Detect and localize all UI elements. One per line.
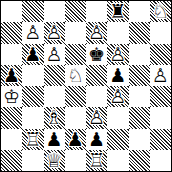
square-h3[interactable] — [150, 107, 171, 128]
square-b2[interactable]: ♜♖ — [22, 129, 43, 150]
square-b6[interactable]: ♟ — [22, 44, 43, 65]
white-bishop-c3-icon: ♗ — [44, 107, 65, 128]
square-d7[interactable] — [65, 22, 86, 43]
white-knight-underlay: ♞ — [65, 65, 86, 86]
square-d1[interactable] — [65, 150, 86, 171]
white-pawn-f4-icon: ♙ — [107, 86, 128, 107]
square-c7[interactable]: ♟♙ — [44, 22, 65, 43]
square-h5[interactable]: ♟♙ — [150, 65, 171, 86]
square-g4[interactable] — [129, 86, 150, 107]
square-d6[interactable] — [65, 44, 86, 65]
black-rook-f8-icon: ♜ — [107, 1, 128, 22]
square-b1[interactable] — [22, 150, 43, 171]
square-g6[interactable] — [129, 44, 150, 65]
white-queen-underlay: ♛ — [44, 150, 65, 171]
square-e7[interactable]: ♟♙ — [86, 22, 107, 43]
black-pawn-f5-icon: ♟ — [107, 65, 128, 86]
square-e4[interactable] — [86, 86, 107, 107]
black-pawn-b6-icon: ♟ — [22, 44, 43, 65]
square-a2[interactable] — [1, 129, 22, 150]
square-f3[interactable] — [107, 107, 128, 128]
square-h2[interactable] — [150, 129, 171, 150]
square-f4[interactable]: ♟♙ — [107, 86, 128, 107]
square-f7[interactable] — [107, 22, 128, 43]
white-bishop-underlay: ♝ — [44, 107, 65, 128]
white-rook-underlay: ♜ — [22, 129, 43, 150]
square-h1[interactable] — [150, 150, 171, 171]
square-f2[interactable] — [107, 129, 128, 150]
square-a3[interactable] — [1, 107, 22, 128]
white-pawn-underlay: ♟ — [107, 44, 128, 65]
black-pawn-d2-icon: ♟ — [65, 129, 86, 150]
square-e3[interactable]: ♟♙ — [86, 107, 107, 128]
square-a7[interactable] — [1, 22, 22, 43]
white-pawn-underlay: ♟ — [44, 22, 65, 43]
square-d3[interactable] — [65, 107, 86, 128]
square-b4[interactable] — [22, 86, 43, 107]
square-g3[interactable] — [129, 107, 150, 128]
white-pawn-b7-icon: ♙ — [22, 22, 43, 43]
square-h4[interactable] — [150, 86, 171, 107]
white-pawn-c7-icon: ♙ — [44, 22, 65, 43]
white-knight-underlay: ♞ — [150, 1, 171, 22]
square-h7[interactable] — [150, 22, 171, 43]
square-d4[interactable] — [65, 86, 86, 107]
white-pawn-h5-icon: ♙ — [150, 65, 171, 86]
square-g1[interactable] — [129, 150, 150, 171]
white-rook-underlay: ♜ — [86, 150, 107, 171]
square-a4[interactable]: ♚♔ — [1, 86, 22, 107]
white-knight-d5-icon: ♘ — [65, 65, 86, 86]
square-d5[interactable]: ♞♘ — [65, 65, 86, 86]
white-pawn-underlay: ♟ — [22, 22, 43, 43]
square-g5[interactable] — [129, 65, 150, 86]
white-queen-c1-icon: ♕ — [44, 150, 65, 171]
white-pawn-underlay: ♟ — [150, 65, 171, 86]
square-e5[interactable] — [86, 65, 107, 86]
black-pawn-c2-icon: ♟ — [44, 129, 65, 150]
chess-diagram: ♜♞♘♟♙♟♙♟♙♟♟♙♚♟♙♟♞♘♟♟♙♚♔♟♙♝♗♟♙♜♖♟♟♟♛♕♜♖ — [0, 0, 172, 172]
square-a6[interactable] — [1, 44, 22, 65]
square-e1[interactable]: ♜♖ — [86, 150, 107, 171]
square-b5[interactable] — [22, 65, 43, 86]
white-pawn-underlay: ♟ — [107, 86, 128, 107]
white-pawn-c6-icon: ♙ — [44, 44, 65, 65]
white-pawn-e7-icon: ♙ — [86, 22, 107, 43]
square-e8[interactable] — [86, 1, 107, 22]
white-king-a4-icon: ♔ — [1, 86, 22, 107]
square-d8[interactable] — [65, 1, 86, 22]
square-g8[interactable] — [129, 1, 150, 22]
chess-board: ♜♞♘♟♙♟♙♟♙♟♟♙♚♟♙♟♞♘♟♟♙♚♔♟♙♝♗♟♙♜♖♟♟♟♛♕♜♖ — [0, 0, 172, 172]
square-c1[interactable]: ♛♕ — [44, 150, 65, 171]
black-pawn-e2-icon: ♟ — [86, 129, 107, 150]
square-h6[interactable] — [150, 44, 171, 65]
square-c5[interactable] — [44, 65, 65, 86]
square-f5[interactable]: ♟ — [107, 65, 128, 86]
square-f1[interactable] — [107, 150, 128, 171]
white-rook-b2-icon: ♖ — [22, 129, 43, 150]
white-pawn-underlay: ♟ — [44, 44, 65, 65]
square-c6[interactable]: ♟♙ — [44, 44, 65, 65]
black-king-e6-icon: ♚ — [86, 44, 107, 65]
square-c8[interactable] — [44, 1, 65, 22]
square-a1[interactable] — [1, 150, 22, 171]
square-g7[interactable] — [129, 22, 150, 43]
square-h8[interactable]: ♞♘ — [150, 1, 171, 22]
square-f6[interactable]: ♟♙ — [107, 44, 128, 65]
white-pawn-underlay: ♟ — [86, 107, 107, 128]
white-pawn-underlay: ♟ — [86, 22, 107, 43]
white-rook-e1-icon: ♖ — [86, 150, 107, 171]
white-king-underlay: ♚ — [1, 86, 22, 107]
square-b3[interactable] — [22, 107, 43, 128]
square-f8[interactable]: ♜ — [107, 1, 128, 22]
square-c3[interactable]: ♝♗ — [44, 107, 65, 128]
square-b7[interactable]: ♟♙ — [22, 22, 43, 43]
black-pawn-a5-icon: ♟ — [1, 65, 22, 86]
white-pawn-f6-icon: ♙ — [107, 44, 128, 65]
white-pawn-e3-icon: ♙ — [86, 107, 107, 128]
square-e2[interactable]: ♟ — [86, 129, 107, 150]
square-d2[interactable]: ♟ — [65, 129, 86, 150]
square-c4[interactable] — [44, 86, 65, 107]
square-a5[interactable]: ♟ — [1, 65, 22, 86]
square-a8[interactable] — [1, 1, 22, 22]
square-c2[interactable]: ♟ — [44, 129, 65, 150]
white-knight-h8-icon: ♘ — [150, 1, 171, 22]
square-g2[interactable] — [129, 129, 150, 150]
square-e6[interactable]: ♚ — [86, 44, 107, 65]
square-b8[interactable] — [22, 1, 43, 22]
